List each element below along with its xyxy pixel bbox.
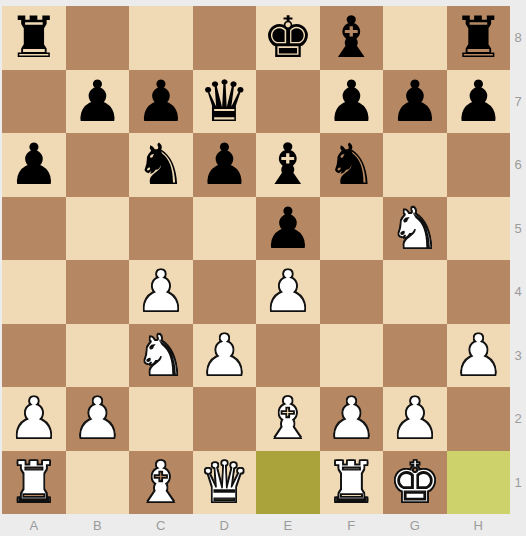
square-e6[interactable]: ♝ bbox=[256, 133, 320, 197]
rank-label-1: 1 bbox=[510, 451, 526, 515]
black-pawn[interactable]: ♟ bbox=[135, 70, 186, 134]
black-bishop[interactable]: ♝ bbox=[326, 6, 377, 70]
square-h4[interactable] bbox=[447, 260, 511, 324]
square-a3[interactable] bbox=[2, 324, 66, 388]
file-label-d: D bbox=[193, 514, 257, 536]
rank-label-8: 8 bbox=[510, 6, 526, 70]
square-d2[interactable] bbox=[193, 387, 257, 451]
square-f7[interactable]: ♟ bbox=[320, 70, 384, 134]
black-rook[interactable]: ♜ bbox=[453, 6, 504, 70]
square-g6[interactable] bbox=[383, 133, 447, 197]
black-rook[interactable]: ♜ bbox=[8, 6, 59, 70]
black-queen[interactable]: ♛ bbox=[199, 70, 250, 134]
rank-label-6: 6 bbox=[510, 133, 526, 197]
board-frame: ♜♚♝♜♟♟♛♟♟♟♟♞♟♝♞♟♞♟♟♞♟♟♟♟♝♟♟♜♝♛♜♚ 8765432… bbox=[2, 6, 526, 536]
white-knight[interactable]: ♞ bbox=[135, 324, 186, 388]
black-bishop[interactable]: ♝ bbox=[262, 133, 313, 197]
square-b3[interactable] bbox=[66, 324, 130, 388]
square-f4[interactable] bbox=[320, 260, 384, 324]
white-pawn[interactable]: ♟ bbox=[72, 387, 123, 451]
square-g2[interactable]: ♟ bbox=[383, 387, 447, 451]
file-label-a: A bbox=[2, 514, 66, 536]
white-pawn[interactable]: ♟ bbox=[199, 324, 250, 388]
square-g8[interactable] bbox=[383, 6, 447, 70]
square-c6[interactable]: ♞ bbox=[129, 133, 193, 197]
square-f3[interactable] bbox=[320, 324, 384, 388]
file-label-b: B bbox=[66, 514, 130, 536]
square-c8[interactable] bbox=[129, 6, 193, 70]
white-pawn[interactable]: ♟ bbox=[135, 260, 186, 324]
square-e3[interactable] bbox=[256, 324, 320, 388]
black-pawn[interactable]: ♟ bbox=[199, 133, 250, 197]
square-e1[interactable] bbox=[256, 451, 320, 515]
square-e7[interactable] bbox=[256, 70, 320, 134]
square-d8[interactable] bbox=[193, 6, 257, 70]
square-e8[interactable]: ♚ bbox=[256, 6, 320, 70]
white-bishop[interactable]: ♝ bbox=[262, 387, 313, 451]
square-b5[interactable] bbox=[66, 197, 130, 261]
white-rook[interactable]: ♜ bbox=[8, 451, 59, 515]
rank-label-3: 3 bbox=[510, 324, 526, 388]
chess-board: ♜♚♝♜♟♟♛♟♟♟♟♞♟♝♞♟♞♟♟♞♟♟♟♟♝♟♟♜♝♛♜♚ bbox=[2, 6, 510, 514]
square-f1[interactable]: ♜ bbox=[320, 451, 384, 515]
square-a6[interactable]: ♟ bbox=[2, 133, 66, 197]
square-a1[interactable]: ♜ bbox=[2, 451, 66, 515]
white-pawn[interactable]: ♟ bbox=[8, 387, 59, 451]
square-c5[interactable] bbox=[129, 197, 193, 261]
file-labels: ABCDEFGH bbox=[2, 514, 510, 536]
square-g7[interactable]: ♟ bbox=[383, 70, 447, 134]
square-g1[interactable]: ♚ bbox=[383, 451, 447, 515]
square-a8[interactable]: ♜ bbox=[2, 6, 66, 70]
square-a5[interactable] bbox=[2, 197, 66, 261]
rank-labels: 87654321 bbox=[510, 6, 526, 514]
square-h5[interactable] bbox=[447, 197, 511, 261]
square-c2[interactable] bbox=[129, 387, 193, 451]
square-b4[interactable] bbox=[66, 260, 130, 324]
square-f8[interactable]: ♝ bbox=[320, 6, 384, 70]
square-d7[interactable]: ♛ bbox=[193, 70, 257, 134]
square-h3[interactable]: ♟ bbox=[447, 324, 511, 388]
square-b1[interactable] bbox=[66, 451, 130, 515]
square-f2[interactable]: ♟ bbox=[320, 387, 384, 451]
square-c3[interactable]: ♞ bbox=[129, 324, 193, 388]
white-queen[interactable]: ♛ bbox=[199, 451, 250, 515]
square-g5[interactable]: ♞ bbox=[383, 197, 447, 261]
square-e4[interactable]: ♟ bbox=[256, 260, 320, 324]
black-king[interactable]: ♚ bbox=[262, 6, 313, 70]
square-h7[interactable]: ♟ bbox=[447, 70, 511, 134]
black-pawn[interactable]: ♟ bbox=[453, 70, 504, 134]
square-e2[interactable]: ♝ bbox=[256, 387, 320, 451]
rank-label-7: 7 bbox=[510, 70, 526, 134]
square-d3[interactable]: ♟ bbox=[193, 324, 257, 388]
square-f6[interactable]: ♞ bbox=[320, 133, 384, 197]
file-label-c: C bbox=[129, 514, 193, 536]
white-pawn[interactable]: ♟ bbox=[326, 387, 377, 451]
square-d5[interactable] bbox=[193, 197, 257, 261]
square-a2[interactable]: ♟ bbox=[2, 387, 66, 451]
square-d6[interactable]: ♟ bbox=[193, 133, 257, 197]
square-b2[interactable]: ♟ bbox=[66, 387, 130, 451]
rank-label-2: 2 bbox=[510, 387, 526, 451]
black-pawn[interactable]: ♟ bbox=[8, 133, 59, 197]
square-b7[interactable]: ♟ bbox=[66, 70, 130, 134]
black-knight[interactable]: ♞ bbox=[326, 133, 377, 197]
file-label-f: F bbox=[320, 514, 384, 536]
white-king[interactable]: ♚ bbox=[389, 451, 440, 515]
square-b8[interactable] bbox=[66, 6, 130, 70]
black-pawn[interactable]: ♟ bbox=[72, 70, 123, 134]
square-b6[interactable] bbox=[66, 133, 130, 197]
square-h2[interactable] bbox=[447, 387, 511, 451]
square-h8[interactable]: ♜ bbox=[447, 6, 511, 70]
square-f5[interactable] bbox=[320, 197, 384, 261]
white-knight[interactable]: ♞ bbox=[389, 197, 440, 261]
square-h6[interactable] bbox=[447, 133, 511, 197]
black-pawn[interactable]: ♟ bbox=[326, 70, 377, 134]
black-pawn[interactable]: ♟ bbox=[262, 197, 313, 261]
chess-app: ♜♚♝♜♟♟♛♟♟♟♟♞♟♝♞♟♞♟♟♞♟♟♟♟♝♟♟♜♝♛♜♚ 8765432… bbox=[0, 0, 526, 536]
file-label-h: H bbox=[447, 514, 511, 536]
file-label-g: G bbox=[383, 514, 447, 536]
white-bishop[interactable]: ♝ bbox=[135, 451, 186, 515]
square-a4[interactable] bbox=[2, 260, 66, 324]
square-d4[interactable] bbox=[193, 260, 257, 324]
white-pawn[interactable]: ♟ bbox=[389, 387, 440, 451]
square-e5[interactable]: ♟ bbox=[256, 197, 320, 261]
square-g4[interactable] bbox=[383, 260, 447, 324]
black-knight[interactable]: ♞ bbox=[135, 133, 186, 197]
square-g3[interactable] bbox=[383, 324, 447, 388]
square-a7[interactable] bbox=[2, 70, 66, 134]
white-pawn[interactable]: ♟ bbox=[262, 260, 313, 324]
rank-label-4: 4 bbox=[510, 260, 526, 324]
square-c7[interactable]: ♟ bbox=[129, 70, 193, 134]
white-pawn[interactable]: ♟ bbox=[453, 324, 504, 388]
square-d1[interactable]: ♛ bbox=[193, 451, 257, 515]
square-h1[interactable] bbox=[447, 451, 511, 515]
square-c4[interactable]: ♟ bbox=[129, 260, 193, 324]
file-label-e: E bbox=[256, 514, 320, 536]
black-pawn[interactable]: ♟ bbox=[389, 70, 440, 134]
rank-label-5: 5 bbox=[510, 197, 526, 261]
white-rook[interactable]: ♜ bbox=[326, 451, 377, 515]
square-c1[interactable]: ♝ bbox=[129, 451, 193, 515]
